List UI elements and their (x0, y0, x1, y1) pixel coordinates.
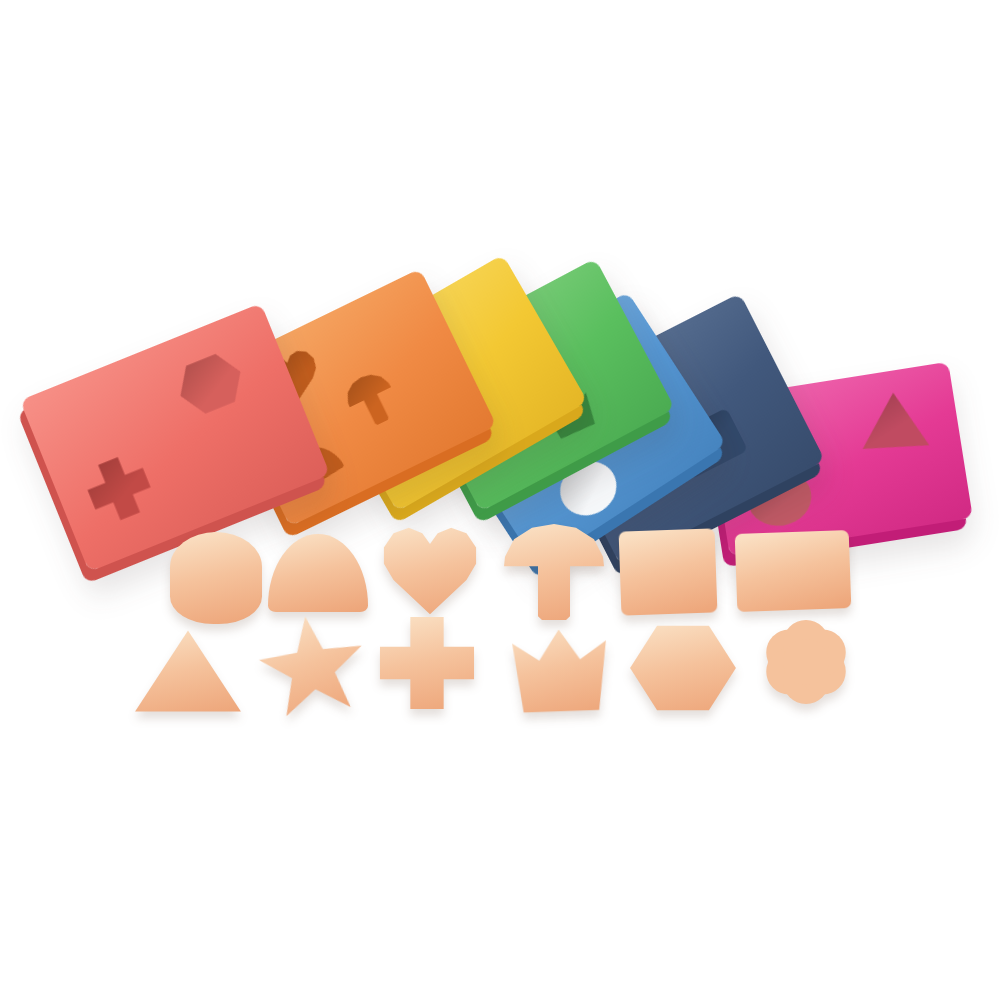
triangle-wood-shape (134, 628, 242, 714)
block-cylinder (170, 532, 262, 624)
block-hexagon (629, 622, 737, 714)
mushroom-wood-shape (504, 524, 604, 620)
block-cube (619, 528, 718, 615)
cutout-hexagon (169, 345, 251, 422)
cube-wood-shape (619, 528, 718, 615)
cross-wood-shape (378, 615, 476, 711)
semicircle-wood-shape (268, 534, 368, 612)
heart-wood-shape (382, 526, 478, 616)
block-triangle (134, 628, 242, 714)
cutout-triangle (859, 389, 930, 450)
shape-sorter-product-photo (0, 0, 1000, 1000)
block-heart (382, 526, 478, 616)
cutout-mushroom (340, 367, 403, 432)
block-flower (754, 614, 858, 710)
block-semicircle (268, 534, 368, 612)
star-wood-shape (251, 607, 372, 723)
crown-wood-shape (507, 622, 612, 716)
hexagon-wood-shape (629, 622, 737, 714)
cuboid-wood-shape (735, 530, 852, 612)
cylinder-wood-shape (170, 532, 262, 624)
flower-wood-shape (754, 614, 858, 710)
block-mushroom (504, 524, 604, 620)
block-cross (378, 615, 476, 711)
block-cuboid (735, 530, 852, 612)
cutout-cross (79, 448, 160, 529)
block-star (251, 607, 372, 723)
block-crown (507, 622, 612, 716)
